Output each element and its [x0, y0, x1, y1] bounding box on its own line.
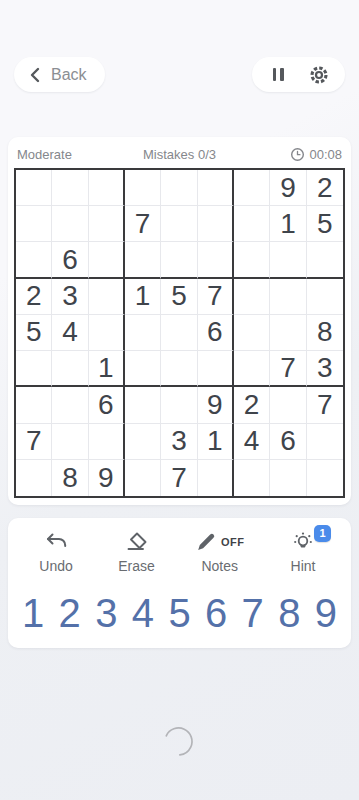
cell-r6c5[interactable] [161, 351, 197, 387]
numpad-5[interactable]: 5 [168, 593, 190, 633]
chevron-left-icon [28, 67, 42, 83]
numpad-1[interactable]: 1 [22, 593, 44, 633]
cell-r1c7[interactable] [234, 170, 270, 206]
cell-r3c1[interactable] [16, 242, 52, 278]
numpad: 123456789 [22, 584, 337, 642]
toolbar: Undo Erase OFF Notes [8, 528, 351, 584]
board-card: Moderate Mistakes 0/3 00:08 927156231575… [8, 137, 351, 505]
numpad-3[interactable]: 3 [95, 593, 117, 633]
cell-r2c5[interactable] [161, 206, 197, 242]
back-label: Back [51, 66, 87, 84]
cell-r7c9[interactable]: 7 [307, 387, 343, 423]
numpad-6[interactable]: 6 [205, 593, 227, 633]
cell-r8c9[interactable] [307, 424, 343, 460]
cell-r8c4[interactable] [125, 424, 161, 460]
status-bar: Moderate Mistakes 0/3 00:08 [16, 144, 343, 164]
cell-r5c6[interactable]: 6 [198, 315, 234, 351]
cell-r3c3[interactable] [89, 242, 125, 278]
settings-button[interactable] [304, 60, 334, 90]
cell-r2c9[interactable]: 5 [307, 206, 343, 242]
numpad-8[interactable]: 8 [278, 593, 300, 633]
timer: 00:08 [290, 147, 342, 162]
cell-r4c5[interactable]: 5 [161, 279, 197, 315]
cell-r7c2[interactable] [52, 387, 88, 423]
cell-r9c8[interactable] [270, 460, 306, 496]
cell-r9c1[interactable] [16, 460, 52, 496]
cell-r5c4[interactable] [125, 315, 161, 351]
notes-button[interactable]: OFF Notes [195, 528, 245, 584]
cell-r2c3[interactable] [89, 206, 125, 242]
cell-r9c7[interactable] [234, 460, 270, 496]
cell-r5c9[interactable]: 8 [307, 315, 343, 351]
cell-r3c6[interactable] [198, 242, 234, 278]
cell-r9c9[interactable] [307, 460, 343, 496]
cell-r8c8[interactable]: 6 [270, 424, 306, 460]
cell-r1c5[interactable] [161, 170, 197, 206]
hint-button[interactable]: 1 Hint [281, 528, 325, 584]
cell-r2c1[interactable] [16, 206, 52, 242]
pause-button[interactable] [263, 60, 293, 90]
cell-r6c2[interactable] [52, 351, 88, 387]
cell-r6c4[interactable] [125, 351, 161, 387]
pause-icon [273, 68, 284, 81]
cell-r4c9[interactable] [307, 279, 343, 315]
cell-r8c6[interactable]: 1 [198, 424, 234, 460]
cell-r6c8[interactable]: 7 [270, 351, 306, 387]
cell-r9c5[interactable]: 7 [161, 460, 197, 496]
numpad-7[interactable]: 7 [242, 593, 264, 633]
cell-r2c8[interactable]: 1 [270, 206, 306, 242]
cell-r7c3[interactable]: 6 [89, 387, 125, 423]
cell-r7c1[interactable] [16, 387, 52, 423]
cell-r9c4[interactable] [125, 460, 161, 496]
sudoku-board: 927156231575468173692773146897 [14, 168, 345, 498]
gear-icon [308, 64, 330, 86]
cell-r8c2[interactable] [52, 424, 88, 460]
cell-r4c8[interactable] [270, 279, 306, 315]
cell-r1c8[interactable]: 9 [270, 170, 306, 206]
cell-r6c1[interactable] [16, 351, 52, 387]
clock-icon [290, 147, 305, 162]
pencil-icon [195, 531, 217, 553]
cell-r1c2[interactable] [52, 170, 88, 206]
cell-r4c1[interactable]: 2 [16, 279, 52, 315]
cell-r1c1[interactable] [16, 170, 52, 206]
cell-r2c4[interactable]: 7 [125, 206, 161, 242]
cell-r2c6[interactable] [198, 206, 234, 242]
spinner-arc-icon [160, 723, 197, 760]
cell-r5c1[interactable]: 5 [16, 315, 52, 351]
notes-label: Notes [201, 558, 238, 574]
sudoku-app-screen: Back Moderate Mistakes 0/3 00:08 [0, 0, 359, 800]
cell-r4c7[interactable] [234, 279, 270, 315]
cell-r1c9[interactable]: 2 [307, 170, 343, 206]
cell-r6c9[interactable]: 3 [307, 351, 343, 387]
cell-r4c6[interactable]: 7 [198, 279, 234, 315]
cell-r5c7[interactable] [234, 315, 270, 351]
lightbulb-icon [290, 529, 316, 555]
header-controls [252, 57, 345, 92]
cell-r7c6[interactable]: 9 [198, 387, 234, 423]
cell-r6c3[interactable]: 1 [89, 351, 125, 387]
cell-r3c4[interactable] [125, 242, 161, 278]
numpad-9[interactable]: 9 [315, 593, 337, 633]
cell-r5c2[interactable]: 4 [52, 315, 88, 351]
cell-r8c1[interactable]: 7 [16, 424, 52, 460]
eraser-icon [124, 530, 150, 554]
cell-r1c6[interactable] [198, 170, 234, 206]
cell-r1c4[interactable] [125, 170, 161, 206]
undo-label: Undo [39, 558, 72, 574]
cell-r3c9[interactable] [307, 242, 343, 278]
undo-button[interactable]: Undo [34, 528, 78, 584]
erase-label: Erase [118, 558, 155, 574]
cell-r7c5[interactable] [161, 387, 197, 423]
cell-r8c3[interactable] [89, 424, 125, 460]
cell-r3c5[interactable] [161, 242, 197, 278]
cell-r8c7[interactable]: 4 [234, 424, 270, 460]
back-button[interactable]: Back [14, 57, 105, 92]
cell-r7c8[interactable] [270, 387, 306, 423]
cell-r9c2[interactable]: 8 [52, 460, 88, 496]
cell-r3c8[interactable] [270, 242, 306, 278]
loading-spinner [160, 723, 197, 760]
cell-r7c4[interactable] [125, 387, 161, 423]
tools-card: Undo Erase OFF Notes [8, 518, 351, 648]
notes-state-badge: OFF [221, 536, 245, 548]
cell-r6c7[interactable] [234, 351, 270, 387]
cell-r8c5[interactable]: 3 [161, 424, 197, 460]
cell-r2c7[interactable] [234, 206, 270, 242]
cell-r4c4[interactable]: 1 [125, 279, 161, 315]
cell-r3c2[interactable]: 6 [52, 242, 88, 278]
cell-r9c3[interactable]: 9 [89, 460, 125, 496]
cell-r6c6[interactable] [198, 351, 234, 387]
cell-r3c7[interactable] [234, 242, 270, 278]
cell-r9c6[interactable] [198, 460, 234, 496]
hint-label: Hint [291, 558, 316, 574]
cell-r1c3[interactable] [89, 170, 125, 206]
cell-r2c2[interactable] [52, 206, 88, 242]
cell-r5c8[interactable] [270, 315, 306, 351]
cell-r7c7[interactable]: 2 [234, 387, 270, 423]
hint-count-badge: 1 [314, 525, 331, 542]
numpad-2[interactable]: 2 [59, 593, 81, 633]
cell-r5c3[interactable] [89, 315, 125, 351]
undo-icon [42, 530, 70, 554]
timer-value: 00:08 [309, 147, 342, 162]
numpad-4[interactable]: 4 [132, 593, 154, 633]
cell-r5c5[interactable] [161, 315, 197, 351]
cell-r4c3[interactable] [89, 279, 125, 315]
cell-r4c2[interactable]: 3 [52, 279, 88, 315]
erase-button[interactable]: Erase [115, 528, 159, 584]
